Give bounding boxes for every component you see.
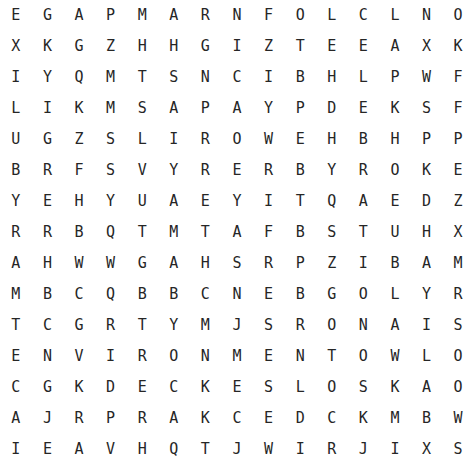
grid-cell[interactable]: Y	[158, 310, 190, 341]
grid-cell[interactable]: Y	[95, 186, 127, 217]
grid-cell[interactable]: O	[316, 310, 348, 341]
grid-cell[interactable]: S	[95, 155, 127, 186]
grid-cell[interactable]: R	[32, 217, 64, 248]
grid-cell[interactable]: G	[32, 124, 64, 155]
grid-cell[interactable]: W	[63, 248, 95, 279]
grid-cell[interactable]: C	[221, 62, 253, 93]
grid-cell[interactable]: P	[95, 0, 127, 31]
grid-cell[interactable]: T	[284, 186, 316, 217]
grid-cell[interactable]: Q	[95, 217, 127, 248]
grid-cell[interactable]: E	[0, 0, 32, 31]
grid-cell[interactable]: E	[190, 186, 222, 217]
grid-cell[interactable]: A	[158, 0, 190, 31]
grid-cell[interactable]: A	[0, 248, 32, 279]
grid-cell[interactable]: R	[95, 310, 127, 341]
grid-cell[interactable]: Q	[158, 434, 190, 465]
grid-cell[interactable]: T	[348, 217, 380, 248]
grid-cell[interactable]: R	[190, 155, 222, 186]
grid-cell[interactable]: X	[0, 31, 32, 62]
grid-cell[interactable]: Y	[0, 186, 32, 217]
grid-cell[interactable]: B	[158, 279, 190, 310]
word-search-page: EGAPMARNFOLCLNOXKGZHHGIZTEEAXKIYQMTSNCIB…	[0, 0, 475, 466]
grid-cell[interactable]: H	[316, 62, 348, 93]
grid-cell[interactable]: E	[221, 372, 253, 403]
grid-cell[interactable]: K	[442, 31, 474, 62]
grid-cell[interactable]: K	[379, 372, 411, 403]
grid-cell[interactable]: I	[95, 341, 127, 372]
grid-cell[interactable]: L	[0, 93, 32, 124]
grid-cell[interactable]: M	[158, 217, 190, 248]
grid-cell[interactable]: E	[442, 155, 474, 186]
grid-cell[interactable]: F	[442, 62, 474, 93]
grid-cell[interactable]: S	[411, 93, 443, 124]
grid-cell[interactable]: G	[126, 248, 158, 279]
grid-cell[interactable]: C	[348, 0, 380, 31]
grid-cell[interactable]: S	[316, 217, 348, 248]
grid-cell[interactable]: E	[284, 124, 316, 155]
grid-cell[interactable]: N	[284, 341, 316, 372]
grid-cell[interactable]: J	[221, 310, 253, 341]
grid-cell[interactable]: T	[190, 434, 222, 465]
grid-cell[interactable]: I	[253, 186, 285, 217]
grid-cell[interactable]: O	[221, 124, 253, 155]
grid-cell[interactable]: H	[411, 217, 443, 248]
grid-cell[interactable]: P	[442, 124, 474, 155]
grid-cell[interactable]: W	[253, 124, 285, 155]
grid-cell[interactable]: K	[348, 403, 380, 434]
grid-cell[interactable]: L	[348, 62, 380, 93]
grid-cell[interactable]: M	[0, 279, 32, 310]
grid-cell[interactable]: G	[190, 31, 222, 62]
grid-cell[interactable]: A	[158, 248, 190, 279]
grid-cell[interactable]: O	[442, 0, 474, 31]
grid-cell[interactable]: M	[379, 403, 411, 434]
grid-cell[interactable]: C	[316, 403, 348, 434]
grid-cell[interactable]: E	[348, 93, 380, 124]
grid-cell[interactable]: M	[126, 0, 158, 31]
grid-cell[interactable]: I	[348, 248, 380, 279]
grid-cell[interactable]: E	[379, 186, 411, 217]
grid-cell[interactable]: V	[63, 341, 95, 372]
grid-cell[interactable]: G	[63, 310, 95, 341]
grid-cell[interactable]: M	[221, 341, 253, 372]
grid-cell[interactable]: T	[284, 31, 316, 62]
grid-cell[interactable]: A	[348, 186, 380, 217]
grid-cell[interactable]: L	[411, 341, 443, 372]
grid-cell[interactable]: Y	[316, 155, 348, 186]
grid-cell[interactable]: H	[379, 124, 411, 155]
grid-cell[interactable]: P	[284, 248, 316, 279]
grid-cell[interactable]: R	[284, 310, 316, 341]
grid-cell[interactable]: E	[316, 31, 348, 62]
grid-cell[interactable]: E	[221, 155, 253, 186]
grid-cell[interactable]: O	[316, 372, 348, 403]
grid-cell[interactable]: Z	[253, 31, 285, 62]
grid-cell[interactable]: H	[126, 31, 158, 62]
grid-cell[interactable]: D	[95, 372, 127, 403]
grid-cell[interactable]: A	[221, 93, 253, 124]
grid-cell[interactable]: P	[190, 93, 222, 124]
grid-cell[interactable]: F	[63, 155, 95, 186]
grid-cell[interactable]: Q	[63, 62, 95, 93]
grid-cell[interactable]: O	[442, 372, 474, 403]
grid-cell[interactable]: Z	[316, 248, 348, 279]
grid-cell[interactable]: O	[158, 341, 190, 372]
grid-cell[interactable]: E	[348, 31, 380, 62]
grid-cell[interactable]: E	[0, 341, 32, 372]
grid-cell[interactable]: N	[32, 341, 64, 372]
grid-cell[interactable]: M	[442, 248, 474, 279]
grid-cell[interactable]: E	[32, 434, 64, 465]
grid-cell[interactable]: H	[158, 31, 190, 62]
grid-cell[interactable]: W	[95, 248, 127, 279]
grid-cell[interactable]: C	[63, 279, 95, 310]
grid-cell[interactable]: H	[316, 124, 348, 155]
grid-cell[interactable]: Y	[253, 93, 285, 124]
grid-cell[interactable]: H	[126, 434, 158, 465]
grid-cell[interactable]: R	[253, 155, 285, 186]
grid-cell[interactable]: S	[221, 248, 253, 279]
grid-cell[interactable]: H	[63, 186, 95, 217]
grid-cell[interactable]: L	[126, 124, 158, 155]
grid-cell[interactable]: O	[348, 279, 380, 310]
grid-cell[interactable]: R	[253, 248, 285, 279]
grid-cell[interactable]: I	[158, 124, 190, 155]
grid-cell[interactable]: P	[379, 62, 411, 93]
grid-cell[interactable]: C	[158, 372, 190, 403]
grid-cell[interactable]: X	[442, 217, 474, 248]
grid-cell[interactable]: O	[442, 341, 474, 372]
grid-cell[interactable]: M	[95, 93, 127, 124]
grid-cell[interactable]: C	[32, 310, 64, 341]
grid-cell[interactable]: F	[442, 93, 474, 124]
grid-cell[interactable]: J	[221, 434, 253, 465]
grid-cell[interactable]: H	[32, 248, 64, 279]
grid-cell[interactable]: R	[190, 0, 222, 31]
grid-cell[interactable]: V	[95, 434, 127, 465]
grid-cell[interactable]: B	[284, 155, 316, 186]
grid-cell[interactable]: B	[379, 248, 411, 279]
grid-cell[interactable]: S	[442, 310, 474, 341]
grid-cell[interactable]: L	[284, 372, 316, 403]
grid-cell[interactable]: K	[411, 155, 443, 186]
grid-cell[interactable]: A	[63, 0, 95, 31]
grid-cell[interactable]: R	[190, 124, 222, 155]
grid-cell[interactable]: N	[221, 0, 253, 31]
grid-cell[interactable]: T	[126, 310, 158, 341]
grid-cell[interactable]: Y	[221, 186, 253, 217]
grid-cell[interactable]: S	[158, 62, 190, 93]
grid-cell[interactable]: A	[158, 186, 190, 217]
grid-cell[interactable]: U	[379, 217, 411, 248]
grid-cell[interactable]: V	[126, 155, 158, 186]
grid-cell[interactable]: A	[411, 372, 443, 403]
grid-cell[interactable]: Y	[411, 279, 443, 310]
grid-cell[interactable]: I	[32, 93, 64, 124]
grid-cell[interactable]: K	[32, 31, 64, 62]
grid-cell[interactable]: M	[95, 62, 127, 93]
grid-cell[interactable]: R	[316, 434, 348, 465]
grid-cell[interactable]: O	[348, 341, 380, 372]
grid-cell[interactable]: R	[126, 341, 158, 372]
grid-cell[interactable]: S	[95, 124, 127, 155]
grid-cell[interactable]: B	[284, 217, 316, 248]
grid-cell[interactable]: D	[316, 93, 348, 124]
grid-cell[interactable]: F	[253, 0, 285, 31]
grid-cell[interactable]: G	[63, 31, 95, 62]
grid-cell[interactable]: D	[284, 403, 316, 434]
grid-cell[interactable]: I	[411, 310, 443, 341]
grid-cell[interactable]: E	[253, 341, 285, 372]
grid-cell[interactable]: Y	[32, 62, 64, 93]
grid-cell[interactable]: A	[411, 248, 443, 279]
grid-cell[interactable]: C	[221, 403, 253, 434]
grid-cell[interactable]: I	[221, 31, 253, 62]
grid-cell[interactable]: K	[63, 372, 95, 403]
grid-cell[interactable]: Q	[316, 186, 348, 217]
grid-cell[interactable]: T	[316, 341, 348, 372]
grid-cell[interactable]: E	[32, 186, 64, 217]
grid-cell[interactable]: A	[379, 31, 411, 62]
grid-cell[interactable]: L	[379, 0, 411, 31]
grid-cell[interactable]: B	[126, 279, 158, 310]
grid-cell[interactable]: Q	[95, 279, 127, 310]
grid-cell[interactable]: A	[158, 93, 190, 124]
grid-cell[interactable]: S	[126, 93, 158, 124]
grid-cell[interactable]: Z	[95, 31, 127, 62]
grid-cell[interactable]: B	[63, 217, 95, 248]
grid-cell[interactable]: W	[379, 341, 411, 372]
grid-cell[interactable]: K	[190, 403, 222, 434]
grid-cell[interactable]: C	[0, 372, 32, 403]
grid-cell[interactable]: W	[253, 434, 285, 465]
grid-cell[interactable]: R	[32, 155, 64, 186]
grid-cell[interactable]: E	[253, 279, 285, 310]
grid-cell[interactable]: G	[32, 372, 64, 403]
grid-cell[interactable]: T	[0, 310, 32, 341]
grid-cell[interactable]: A	[63, 434, 95, 465]
grid-cell[interactable]: I	[379, 434, 411, 465]
grid-cell[interactable]: C	[190, 279, 222, 310]
grid-cell[interactable]: K	[379, 93, 411, 124]
grid-cell[interactable]: X	[411, 434, 443, 465]
grid-cell[interactable]: I	[253, 62, 285, 93]
grid-cell[interactable]: K	[63, 93, 95, 124]
grid-cell[interactable]: A	[158, 403, 190, 434]
grid-cell[interactable]: G	[316, 279, 348, 310]
grid-cell[interactable]: I	[284, 434, 316, 465]
grid-cell[interactable]: J	[348, 434, 380, 465]
grid-cell[interactable]: S	[348, 372, 380, 403]
grid-cell[interactable]: G	[32, 0, 64, 31]
grid-cell[interactable]: R	[63, 403, 95, 434]
grid-cell[interactable]: U	[0, 124, 32, 155]
grid-cell[interactable]: T	[190, 217, 222, 248]
grid-cell[interactable]: A	[0, 403, 32, 434]
grid-cell[interactable]: K	[190, 372, 222, 403]
grid-cell[interactable]: U	[126, 186, 158, 217]
grid-cell[interactable]: R	[0, 217, 32, 248]
grid-cell[interactable]: O	[284, 0, 316, 31]
grid-cell[interactable]: R	[348, 155, 380, 186]
grid-cell[interactable]: J	[32, 403, 64, 434]
grid-cell[interactable]: N	[190, 62, 222, 93]
grid-cell[interactable]: W	[442, 403, 474, 434]
grid-cell[interactable]: T	[126, 62, 158, 93]
grid-cell[interactable]: T	[126, 217, 158, 248]
word-search-board: EGAPMARNFOLCLNOXKGZHHGIZTEEAXKIYQMTSNCIB…	[0, 0, 474, 465]
grid-cell[interactable]: N	[190, 341, 222, 372]
grid-cell[interactable]: R	[442, 279, 474, 310]
grid-cell[interactable]: S	[253, 310, 285, 341]
grid-cell[interactable]: E	[126, 372, 158, 403]
grid-cell[interactable]: L	[316, 0, 348, 31]
grid-cell[interactable]: O	[379, 155, 411, 186]
grid-cell[interactable]: P	[95, 403, 127, 434]
grid-cell[interactable]: B	[32, 279, 64, 310]
grid-cell[interactable]: A	[379, 310, 411, 341]
grid-cell[interactable]: S	[442, 434, 474, 465]
grid-cell[interactable]: N	[221, 279, 253, 310]
grid-cell[interactable]: B	[411, 403, 443, 434]
grid-cell[interactable]: H	[190, 248, 222, 279]
grid-cell[interactable]: S	[253, 372, 285, 403]
grid-cell[interactable]: B	[348, 124, 380, 155]
grid-cell[interactable]: Y	[158, 155, 190, 186]
grid-cell[interactable]: B	[284, 62, 316, 93]
grid-cell[interactable]: Z	[63, 124, 95, 155]
grid-cell[interactable]: B	[0, 155, 32, 186]
grid-cell[interactable]: E	[253, 403, 285, 434]
grid-cell[interactable]: Z	[442, 186, 474, 217]
grid-cell[interactable]: F	[253, 217, 285, 248]
grid-cell[interactable]: B	[284, 279, 316, 310]
grid-cell[interactable]: W	[411, 62, 443, 93]
grid-cell[interactable]: X	[411, 31, 443, 62]
grid-cell[interactable]: M	[190, 310, 222, 341]
grid-cell[interactable]: L	[379, 279, 411, 310]
grid-cell[interactable]: N	[411, 0, 443, 31]
grid-cell[interactable]: P	[411, 124, 443, 155]
grid-cell[interactable]: I	[0, 434, 32, 465]
grid-cell[interactable]: I	[0, 62, 32, 93]
grid-cell[interactable]: P	[284, 93, 316, 124]
grid-cell[interactable]: R	[126, 403, 158, 434]
grid-cell[interactable]: N	[348, 310, 380, 341]
grid-cell[interactable]: A	[221, 217, 253, 248]
grid-cell[interactable]: D	[411, 186, 443, 217]
